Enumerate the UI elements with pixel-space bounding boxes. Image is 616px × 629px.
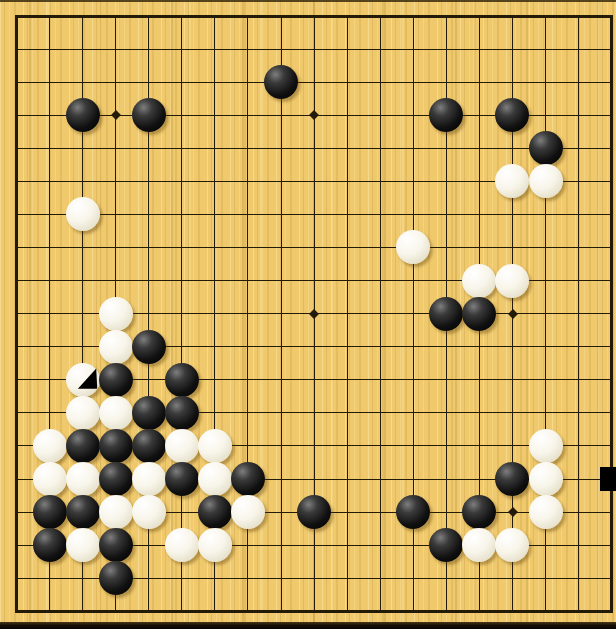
intersection[interactable] (331, 99, 364, 132)
intersection[interactable] (0, 396, 33, 429)
intersection[interactable] (529, 462, 562, 495)
intersection[interactable] (430, 495, 463, 528)
intersection[interactable] (33, 264, 66, 297)
intersection[interactable] (298, 198, 331, 231)
intersection[interactable] (99, 330, 132, 363)
intersection[interactable] (264, 529, 297, 562)
intersection[interactable] (364, 99, 397, 132)
intersection[interactable] (198, 165, 231, 198)
intersection[interactable] (397, 562, 430, 595)
intersection[interactable] (66, 66, 99, 99)
intersection[interactable] (463, 66, 496, 99)
intersection[interactable] (529, 0, 562, 33)
intersection[interactable] (298, 99, 331, 132)
intersection[interactable] (231, 66, 264, 99)
intersection[interactable] (463, 429, 496, 462)
intersection[interactable] (463, 264, 496, 297)
intersection[interactable] (0, 132, 33, 165)
intersection[interactable] (595, 99, 616, 132)
intersection[interactable] (529, 132, 562, 165)
intersection[interactable] (198, 562, 231, 595)
intersection[interactable] (0, 330, 33, 363)
intersection[interactable] (496, 264, 529, 297)
intersection[interactable] (33, 562, 66, 595)
intersection[interactable] (66, 462, 99, 495)
intersection[interactable] (430, 231, 463, 264)
intersection[interactable] (595, 132, 616, 165)
intersection[interactable] (529, 529, 562, 562)
intersection[interactable] (264, 462, 297, 495)
intersection[interactable] (562, 231, 595, 264)
intersection[interactable] (66, 495, 99, 528)
intersection[interactable] (430, 330, 463, 363)
intersection[interactable] (529, 396, 562, 429)
intersection[interactable] (198, 66, 231, 99)
intersection[interactable] (0, 529, 33, 562)
intersection[interactable] (529, 330, 562, 363)
intersection[interactable] (264, 429, 297, 462)
intersection[interactable] (165, 231, 198, 264)
intersection[interactable] (298, 0, 331, 33)
intersection[interactable] (66, 165, 99, 198)
intersection[interactable] (132, 132, 165, 165)
intersection[interactable] (496, 231, 529, 264)
intersection[interactable] (364, 165, 397, 198)
intersection[interactable] (529, 297, 562, 330)
intersection[interactable] (198, 429, 231, 462)
intersection[interactable] (0, 363, 33, 396)
intersection[interactable] (165, 429, 198, 462)
intersection[interactable] (264, 132, 297, 165)
intersection[interactable] (132, 198, 165, 231)
intersection[interactable] (496, 495, 529, 528)
intersection[interactable] (430, 297, 463, 330)
intersection[interactable] (331, 231, 364, 264)
intersection[interactable] (298, 297, 331, 330)
intersection[interactable] (99, 33, 132, 66)
intersection[interactable] (0, 562, 33, 595)
intersection[interactable] (132, 165, 165, 198)
intersection[interactable] (165, 562, 198, 595)
intersection[interactable] (595, 330, 616, 363)
intersection[interactable] (231, 132, 264, 165)
intersection[interactable] (595, 396, 616, 429)
intersection[interactable] (99, 562, 132, 595)
intersection[interactable] (99, 165, 132, 198)
intersection[interactable] (430, 99, 463, 132)
intersection[interactable] (33, 132, 66, 165)
intersection[interactable] (132, 264, 165, 297)
intersection[interactable] (132, 429, 165, 462)
intersection[interactable] (165, 330, 198, 363)
intersection[interactable] (165, 0, 198, 33)
intersection[interactable] (231, 562, 264, 595)
go-board[interactable] (0, 0, 616, 629)
intersection[interactable] (595, 231, 616, 264)
intersection[interactable] (66, 0, 99, 33)
intersection[interactable] (331, 198, 364, 231)
intersection[interactable] (298, 264, 331, 297)
intersection[interactable] (529, 66, 562, 99)
intersection[interactable] (231, 429, 264, 462)
intersection[interactable] (165, 396, 198, 429)
intersection[interactable] (529, 363, 562, 396)
intersection[interactable] (33, 429, 66, 462)
intersection[interactable] (0, 0, 33, 33)
intersection[interactable] (99, 529, 132, 562)
intersection[interactable] (595, 297, 616, 330)
intersection[interactable] (430, 562, 463, 595)
intersection[interactable] (231, 330, 264, 363)
intersection[interactable] (33, 462, 66, 495)
intersection[interactable] (397, 330, 430, 363)
intersection[interactable] (264, 0, 297, 33)
intersection[interactable] (463, 363, 496, 396)
intersection[interactable] (66, 231, 99, 264)
intersection[interactable] (33, 297, 66, 330)
intersection[interactable] (364, 529, 397, 562)
intersection[interactable] (132, 396, 165, 429)
intersection[interactable] (33, 99, 66, 132)
intersection[interactable] (298, 495, 331, 528)
intersection[interactable] (198, 99, 231, 132)
intersection[interactable] (198, 462, 231, 495)
intersection[interactable] (562, 66, 595, 99)
intersection[interactable] (198, 495, 231, 528)
intersection[interactable] (165, 495, 198, 528)
intersection[interactable] (430, 165, 463, 198)
intersection[interactable] (430, 462, 463, 495)
intersection[interactable] (595, 429, 616, 462)
intersection[interactable] (231, 495, 264, 528)
intersection[interactable] (165, 198, 198, 231)
intersection[interactable] (496, 132, 529, 165)
intersection[interactable] (562, 462, 595, 495)
intersection[interactable] (364, 33, 397, 66)
intersection[interactable] (165, 462, 198, 495)
intersection[interactable] (562, 99, 595, 132)
intersection[interactable] (496, 297, 529, 330)
intersection[interactable] (430, 429, 463, 462)
intersection[interactable] (231, 363, 264, 396)
intersection[interactable] (529, 198, 562, 231)
intersection[interactable] (298, 33, 331, 66)
intersection[interactable] (331, 495, 364, 528)
intersection[interactable] (264, 297, 297, 330)
intersection[interactable] (33, 66, 66, 99)
intersection[interactable] (331, 132, 364, 165)
intersection[interactable] (132, 99, 165, 132)
intersection[interactable] (364, 0, 397, 33)
intersection[interactable] (165, 297, 198, 330)
intersection[interactable] (496, 198, 529, 231)
intersection[interactable] (595, 529, 616, 562)
intersection[interactable] (298, 529, 331, 562)
intersection[interactable] (595, 562, 616, 595)
intersection[interactable] (397, 363, 430, 396)
intersection[interactable] (198, 198, 231, 231)
intersection[interactable] (66, 330, 99, 363)
intersection[interactable] (364, 264, 397, 297)
intersection[interactable] (66, 198, 99, 231)
intersection[interactable] (463, 562, 496, 595)
intersection[interactable] (496, 363, 529, 396)
board-grid[interactable] (0, 0, 616, 628)
intersection[interactable] (33, 231, 66, 264)
intersection[interactable] (595, 363, 616, 396)
intersection[interactable] (198, 33, 231, 66)
intersection[interactable] (496, 165, 529, 198)
intersection[interactable] (99, 363, 132, 396)
intersection[interactable] (463, 198, 496, 231)
intersection[interactable] (364, 429, 397, 462)
intersection[interactable] (595, 264, 616, 297)
intersection[interactable] (364, 231, 397, 264)
intersection[interactable] (33, 33, 66, 66)
intersection[interactable] (298, 396, 331, 429)
intersection[interactable] (198, 330, 231, 363)
intersection[interactable] (0, 198, 33, 231)
intersection[interactable] (132, 562, 165, 595)
intersection[interactable] (298, 66, 331, 99)
intersection[interactable] (397, 396, 430, 429)
intersection[interactable] (99, 264, 132, 297)
intersection[interactable] (529, 231, 562, 264)
intersection[interactable] (595, 66, 616, 99)
intersection[interactable] (562, 165, 595, 198)
intersection[interactable] (198, 132, 231, 165)
intersection[interactable] (496, 396, 529, 429)
intersection[interactable] (264, 165, 297, 198)
intersection[interactable] (496, 462, 529, 495)
intersection[interactable] (66, 529, 99, 562)
intersection[interactable] (264, 264, 297, 297)
intersection[interactable] (595, 33, 616, 66)
intersection[interactable] (231, 165, 264, 198)
intersection[interactable] (562, 363, 595, 396)
intersection[interactable] (397, 66, 430, 99)
intersection[interactable] (529, 99, 562, 132)
intersection[interactable] (66, 33, 99, 66)
intersection[interactable] (231, 99, 264, 132)
intersection[interactable] (264, 330, 297, 363)
intersection[interactable] (397, 462, 430, 495)
intersection[interactable] (0, 264, 33, 297)
intersection[interactable] (496, 429, 529, 462)
intersection[interactable] (99, 297, 132, 330)
intersection[interactable] (529, 33, 562, 66)
intersection[interactable] (364, 66, 397, 99)
intersection[interactable] (562, 132, 595, 165)
intersection[interactable] (397, 198, 430, 231)
intersection[interactable] (562, 429, 595, 462)
intersection[interactable] (231, 529, 264, 562)
intersection[interactable] (331, 396, 364, 429)
intersection[interactable] (231, 0, 264, 33)
intersection[interactable] (463, 396, 496, 429)
intersection[interactable] (264, 396, 297, 429)
intersection[interactable] (331, 0, 364, 33)
intersection[interactable] (331, 297, 364, 330)
intersection[interactable] (331, 330, 364, 363)
intersection[interactable] (463, 165, 496, 198)
intersection[interactable] (463, 0, 496, 33)
intersection[interactable] (529, 495, 562, 528)
intersection[interactable] (496, 562, 529, 595)
intersection[interactable] (0, 495, 33, 528)
intersection[interactable] (397, 132, 430, 165)
intersection[interactable] (430, 264, 463, 297)
intersection[interactable] (165, 99, 198, 132)
intersection[interactable] (562, 495, 595, 528)
intersection[interactable] (331, 529, 364, 562)
intersection[interactable] (397, 99, 430, 132)
intersection[interactable] (298, 132, 331, 165)
intersection[interactable] (231, 33, 264, 66)
intersection[interactable] (463, 330, 496, 363)
intersection[interactable] (331, 33, 364, 66)
intersection[interactable] (66, 264, 99, 297)
intersection[interactable] (33, 330, 66, 363)
intersection[interactable] (463, 495, 496, 528)
intersection[interactable] (33, 495, 66, 528)
intersection[interactable] (562, 297, 595, 330)
intersection[interactable] (99, 198, 132, 231)
intersection[interactable] (99, 396, 132, 429)
intersection[interactable] (430, 0, 463, 33)
intersection[interactable] (430, 132, 463, 165)
intersection[interactable] (198, 0, 231, 33)
intersection[interactable] (298, 562, 331, 595)
intersection[interactable] (397, 165, 430, 198)
intersection[interactable] (132, 66, 165, 99)
intersection[interactable] (364, 297, 397, 330)
intersection[interactable] (463, 297, 496, 330)
intersection[interactable] (529, 264, 562, 297)
intersection[interactable] (99, 231, 132, 264)
intersection[interactable] (132, 330, 165, 363)
intersection[interactable] (430, 529, 463, 562)
intersection[interactable] (0, 429, 33, 462)
intersection[interactable] (298, 429, 331, 462)
intersection[interactable] (132, 495, 165, 528)
intersection[interactable] (198, 231, 231, 264)
intersection[interactable] (33, 198, 66, 231)
intersection[interactable] (331, 165, 364, 198)
intersection[interactable] (364, 396, 397, 429)
intersection[interactable] (33, 396, 66, 429)
intersection[interactable] (331, 264, 364, 297)
intersection[interactable] (264, 562, 297, 595)
intersection[interactable] (595, 165, 616, 198)
intersection[interactable] (397, 264, 430, 297)
intersection[interactable] (496, 33, 529, 66)
intersection[interactable] (165, 363, 198, 396)
intersection[interactable] (430, 198, 463, 231)
intersection[interactable] (397, 231, 430, 264)
intersection[interactable] (264, 363, 297, 396)
intersection[interactable] (66, 132, 99, 165)
intersection[interactable] (33, 529, 66, 562)
intersection[interactable] (264, 66, 297, 99)
intersection[interactable] (397, 495, 430, 528)
intersection[interactable] (496, 99, 529, 132)
intersection[interactable] (66, 396, 99, 429)
intersection[interactable] (66, 99, 99, 132)
intersection[interactable] (99, 99, 132, 132)
intersection[interactable] (463, 132, 496, 165)
intersection[interactable] (397, 429, 430, 462)
intersection[interactable] (231, 198, 264, 231)
intersection[interactable] (562, 396, 595, 429)
intersection[interactable] (463, 231, 496, 264)
intersection[interactable] (99, 66, 132, 99)
intersection[interactable] (66, 297, 99, 330)
intersection[interactable] (298, 462, 331, 495)
intersection[interactable] (364, 132, 397, 165)
intersection[interactable] (331, 363, 364, 396)
intersection[interactable] (0, 462, 33, 495)
intersection[interactable] (529, 562, 562, 595)
intersection[interactable] (463, 99, 496, 132)
intersection[interactable] (0, 231, 33, 264)
intersection[interactable] (463, 462, 496, 495)
intersection[interactable] (264, 33, 297, 66)
intersection[interactable] (132, 0, 165, 33)
intersection[interactable] (132, 297, 165, 330)
intersection[interactable] (595, 0, 616, 33)
intersection[interactable] (165, 66, 198, 99)
intersection[interactable] (0, 33, 33, 66)
intersection[interactable] (430, 33, 463, 66)
intersection[interactable] (463, 33, 496, 66)
intersection[interactable] (66, 562, 99, 595)
intersection[interactable] (397, 297, 430, 330)
intersection[interactable] (231, 297, 264, 330)
intersection[interactable] (99, 462, 132, 495)
intersection[interactable] (496, 66, 529, 99)
intersection[interactable] (264, 99, 297, 132)
intersection[interactable] (99, 495, 132, 528)
intersection[interactable] (33, 165, 66, 198)
intersection[interactable] (198, 529, 231, 562)
intersection[interactable] (0, 99, 33, 132)
intersection[interactable] (198, 396, 231, 429)
intersection[interactable] (99, 429, 132, 462)
intersection[interactable] (132, 33, 165, 66)
intersection[interactable] (132, 231, 165, 264)
intersection[interactable] (264, 495, 297, 528)
intersection[interactable] (132, 462, 165, 495)
intersection[interactable] (562, 33, 595, 66)
intersection[interactable] (33, 363, 66, 396)
intersection[interactable] (562, 198, 595, 231)
intersection[interactable] (298, 330, 331, 363)
intersection[interactable] (264, 231, 297, 264)
intersection[interactable] (132, 363, 165, 396)
intersection[interactable] (165, 264, 198, 297)
intersection[interactable] (99, 0, 132, 33)
intersection[interactable] (66, 429, 99, 462)
intersection[interactable] (298, 363, 331, 396)
intersection[interactable] (397, 0, 430, 33)
intersection[interactable] (298, 165, 331, 198)
intersection[interactable] (331, 462, 364, 495)
intersection[interactable] (529, 429, 562, 462)
intersection[interactable] (562, 0, 595, 33)
intersection[interactable] (397, 529, 430, 562)
intersection[interactable] (264, 198, 297, 231)
